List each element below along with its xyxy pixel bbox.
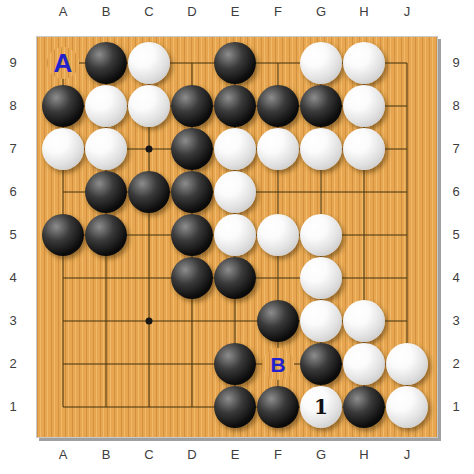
- stone-black-D4[interactable]: [171, 257, 213, 299]
- coord-label-bottom-B: B: [95, 446, 117, 464]
- stone-black-F3[interactable]: [257, 300, 299, 342]
- coord-label-top-F: F: [267, 3, 289, 21]
- coord-label-left-7: 7: [2, 140, 24, 158]
- stone-black-E8[interactable]: [214, 85, 256, 127]
- go-board[interactable]: 1AB: [36, 36, 438, 438]
- stone-white-B7[interactable]: [85, 128, 127, 170]
- coord-label-top-A: A: [52, 3, 74, 21]
- stone-black-F8[interactable]: [257, 85, 299, 127]
- stone-black-A5[interactable]: [42, 214, 84, 256]
- coord-label-bottom-J: J: [396, 446, 418, 464]
- stone-white-J2[interactable]: [386, 343, 428, 385]
- coord-label-left-8: 8: [2, 97, 24, 115]
- coord-label-left-9: 9: [2, 54, 24, 72]
- stone-white-E7[interactable]: [214, 128, 256, 170]
- stone-black-B9[interactable]: [85, 42, 127, 84]
- coord-label-bottom-D: D: [181, 446, 203, 464]
- coord-label-top-B: B: [95, 3, 117, 21]
- stone-white-G7[interactable]: [300, 128, 342, 170]
- stone-white-F7[interactable]: [257, 128, 299, 170]
- stone-white-H9[interactable]: [343, 42, 385, 84]
- stone-black-A8[interactable]: [42, 85, 84, 127]
- coord-label-top-J: J: [396, 3, 418, 21]
- coord-label-right-7: 7: [445, 140, 467, 158]
- coord-label-right-8: 8: [445, 97, 467, 115]
- star-point: [146, 318, 153, 325]
- coord-label-right-1: 1: [445, 398, 467, 416]
- stone-white-H3[interactable]: [343, 300, 385, 342]
- coord-label-right-6: 6: [445, 183, 467, 201]
- go-problem-diagram: 1AB ABCDEFGHJ ABCDEFGHJ 987654321 987654…: [0, 0, 474, 474]
- coord-label-right-4: 4: [445, 269, 467, 287]
- coord-label-bottom-H: H: [353, 446, 375, 464]
- coord-label-top-G: G: [310, 3, 332, 21]
- stone-white-J1[interactable]: [386, 386, 428, 428]
- stone-black-D6[interactable]: [171, 171, 213, 213]
- marked-point-A[interactable]: A: [47, 47, 79, 79]
- stone-white-B8[interactable]: [85, 85, 127, 127]
- coord-label-left-1: 1: [2, 398, 24, 416]
- stone-white-C9[interactable]: [128, 42, 170, 84]
- coord-label-bottom-E: E: [224, 446, 246, 464]
- coord-label-right-3: 3: [445, 312, 467, 330]
- coord-label-top-H: H: [353, 3, 375, 21]
- stone-black-E9[interactable]: [214, 42, 256, 84]
- stone-black-B6[interactable]: [85, 171, 127, 213]
- stone-black-E4[interactable]: [214, 257, 256, 299]
- coord-label-left-3: 3: [2, 312, 24, 330]
- coord-label-bottom-A: A: [52, 446, 74, 464]
- coord-label-bottom-G: G: [310, 446, 332, 464]
- stone-white-H8[interactable]: [343, 85, 385, 127]
- stone-black-E1[interactable]: [214, 386, 256, 428]
- coord-label-left-5: 5: [2, 226, 24, 244]
- coord-label-top-D: D: [181, 3, 203, 21]
- stone-white-G3[interactable]: [300, 300, 342, 342]
- stone-black-H1[interactable]: [343, 386, 385, 428]
- stone-white-G1[interactable]: 1: [300, 386, 342, 428]
- stone-black-E2[interactable]: [214, 343, 256, 385]
- stone-black-C6[interactable]: [128, 171, 170, 213]
- stone-black-G2[interactable]: [300, 343, 342, 385]
- stone-white-E5[interactable]: [214, 214, 256, 256]
- stone-black-D8[interactable]: [171, 85, 213, 127]
- marked-point-B[interactable]: B: [262, 348, 294, 380]
- coord-label-left-6: 6: [2, 183, 24, 201]
- stone-black-F1[interactable]: [257, 386, 299, 428]
- coord-label-right-5: 5: [445, 226, 467, 244]
- move-number-1: 1: [314, 397, 328, 417]
- stone-white-F5[interactable]: [257, 214, 299, 256]
- stone-white-H2[interactable]: [343, 343, 385, 385]
- stone-white-H7[interactable]: [343, 128, 385, 170]
- stone-white-A7[interactable]: [42, 128, 84, 170]
- stone-black-D7[interactable]: [171, 128, 213, 170]
- star-point: [146, 146, 153, 153]
- stone-black-G8[interactable]: [300, 85, 342, 127]
- coord-label-left-2: 2: [2, 355, 24, 373]
- stone-black-B5[interactable]: [85, 214, 127, 256]
- stone-white-G4[interactable]: [300, 257, 342, 299]
- stone-white-G9[interactable]: [300, 42, 342, 84]
- coord-label-bottom-F: F: [267, 446, 289, 464]
- stone-white-G5[interactable]: [300, 214, 342, 256]
- coord-label-right-9: 9: [445, 54, 467, 72]
- coord-label-bottom-C: C: [138, 446, 160, 464]
- stone-black-D5[interactable]: [171, 214, 213, 256]
- coord-label-top-E: E: [224, 3, 246, 21]
- coord-label-top-C: C: [138, 3, 160, 21]
- stone-white-E6[interactable]: [214, 171, 256, 213]
- coord-label-left-4: 4: [2, 269, 24, 287]
- coord-label-right-2: 2: [445, 355, 467, 373]
- stone-white-C8[interactable]: [128, 85, 170, 127]
